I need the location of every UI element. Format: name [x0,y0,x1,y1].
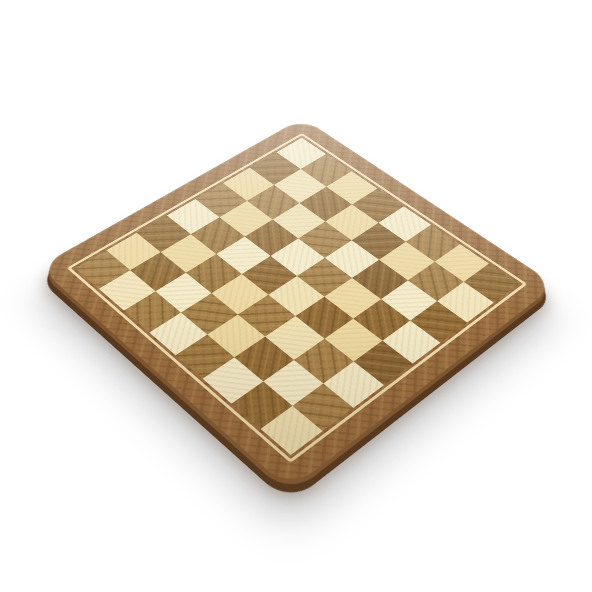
photo-background [0,0,592,592]
board-inlay-line [67,133,528,463]
board-tilt-wrapper [0,0,592,592]
chess-board [38,118,555,490]
board-grid [75,138,519,455]
